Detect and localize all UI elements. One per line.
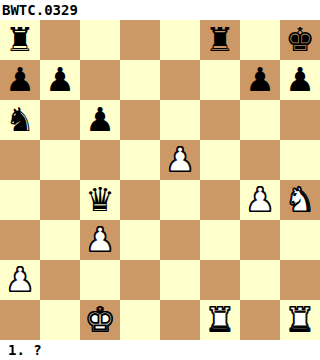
black-pawn: ♟ (45, 60, 75, 100)
square-a1[interactable] (0, 300, 40, 340)
square-e2[interactable] (160, 260, 200, 300)
square-d4[interactable] (120, 180, 160, 220)
square-g2[interactable] (240, 260, 280, 300)
puzzle-title: BWTC.0329 (0, 0, 320, 20)
square-d1[interactable] (120, 300, 160, 340)
square-a8[interactable]: ♜ (0, 20, 40, 60)
square-h8[interactable]: ♚ (280, 20, 320, 60)
white-rook: ♜ (205, 300, 235, 340)
black-king: ♚ (285, 20, 315, 60)
square-e8[interactable] (160, 20, 200, 60)
square-e4[interactable] (160, 180, 200, 220)
square-h7[interactable]: ♟ (280, 60, 320, 100)
square-c3[interactable]: ♟ (80, 220, 120, 260)
square-f8[interactable]: ♜ (200, 20, 240, 60)
black-rook: ♜ (5, 20, 35, 60)
square-e6[interactable] (160, 100, 200, 140)
square-b8[interactable] (40, 20, 80, 60)
chess-board: ♜♜♚♟♟♟♟♞♟♟♛♟♞♟♟♚♜♜ (0, 20, 320, 340)
square-h2[interactable] (280, 260, 320, 300)
square-a7[interactable]: ♟ (0, 60, 40, 100)
square-a5[interactable] (0, 140, 40, 180)
black-queen: ♛ (85, 180, 115, 220)
black-knight: ♞ (5, 100, 35, 140)
square-c1[interactable]: ♚ (80, 300, 120, 340)
square-h3[interactable] (280, 220, 320, 260)
white-pawn: ♟ (245, 180, 275, 220)
white-king: ♚ (85, 300, 115, 340)
square-d7[interactable] (120, 60, 160, 100)
square-g4[interactable]: ♟ (240, 180, 280, 220)
square-g1[interactable] (240, 300, 280, 340)
square-e3[interactable] (160, 220, 200, 260)
square-c2[interactable] (80, 260, 120, 300)
square-f7[interactable] (200, 60, 240, 100)
black-rook: ♜ (205, 20, 235, 60)
square-e5[interactable]: ♟ (160, 140, 200, 180)
square-f5[interactable] (200, 140, 240, 180)
black-pawn: ♟ (85, 100, 115, 140)
square-d5[interactable] (120, 140, 160, 180)
square-f2[interactable] (200, 260, 240, 300)
square-c4[interactable]: ♛ (80, 180, 120, 220)
square-e7[interactable] (160, 60, 200, 100)
white-pawn: ♟ (85, 220, 115, 260)
square-f3[interactable] (200, 220, 240, 260)
square-c7[interactable] (80, 60, 120, 100)
square-e1[interactable] (160, 300, 200, 340)
square-g8[interactable] (240, 20, 280, 60)
black-pawn: ♟ (245, 60, 275, 100)
square-h5[interactable] (280, 140, 320, 180)
square-a6[interactable]: ♞ (0, 100, 40, 140)
square-c5[interactable] (80, 140, 120, 180)
square-d8[interactable] (120, 20, 160, 60)
square-d3[interactable] (120, 220, 160, 260)
black-pawn: ♟ (5, 60, 35, 100)
square-b4[interactable] (40, 180, 80, 220)
square-a2[interactable]: ♟ (0, 260, 40, 300)
square-g6[interactable] (240, 100, 280, 140)
square-c8[interactable] (80, 20, 120, 60)
move-prompt: 1. ? (0, 340, 320, 360)
square-h1[interactable]: ♜ (280, 300, 320, 340)
square-f6[interactable] (200, 100, 240, 140)
square-f4[interactable] (200, 180, 240, 220)
square-b7[interactable]: ♟ (40, 60, 80, 100)
chess-puzzle-app: BWTC.0329 ♜♜♚♟♟♟♟♞♟♟♛♟♞♟♟♚♜♜ 1. ? (0, 0, 320, 360)
square-g7[interactable]: ♟ (240, 60, 280, 100)
square-g3[interactable] (240, 220, 280, 260)
square-b3[interactable] (40, 220, 80, 260)
square-g5[interactable] (240, 140, 280, 180)
square-d6[interactable] (120, 100, 160, 140)
square-h4[interactable]: ♞ (280, 180, 320, 220)
white-pawn: ♟ (165, 140, 195, 180)
black-pawn: ♟ (285, 60, 315, 100)
square-a4[interactable] (0, 180, 40, 220)
square-d2[interactable] (120, 260, 160, 300)
square-b5[interactable] (40, 140, 80, 180)
square-h6[interactable] (280, 100, 320, 140)
square-a3[interactable] (0, 220, 40, 260)
square-c6[interactable]: ♟ (80, 100, 120, 140)
white-pawn: ♟ (5, 260, 35, 300)
square-b2[interactable] (40, 260, 80, 300)
white-knight: ♞ (285, 180, 315, 220)
square-b6[interactable] (40, 100, 80, 140)
square-f1[interactable]: ♜ (200, 300, 240, 340)
white-rook: ♜ (285, 300, 315, 340)
square-b1[interactable] (40, 300, 80, 340)
